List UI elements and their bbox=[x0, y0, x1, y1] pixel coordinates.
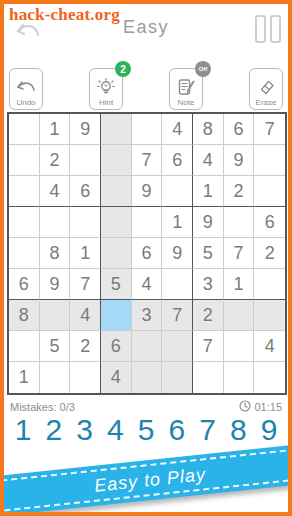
cell-r5c6[interactable]: 9 bbox=[162, 238, 193, 269]
cell-r8c7[interactable]: 7 bbox=[193, 331, 224, 362]
cell-r8c6[interactable] bbox=[162, 331, 193, 362]
cell-r9c3[interactable] bbox=[70, 362, 101, 393]
cell-r1c5[interactable] bbox=[132, 114, 163, 145]
undo-button[interactable]: Undo bbox=[9, 68, 43, 110]
cell-r9c1[interactable]: 1 bbox=[9, 362, 40, 393]
cell-r2c7[interactable]: 4 bbox=[193, 145, 224, 176]
cell-r5c9[interactable]: 2 bbox=[254, 238, 285, 269]
cell-r8c8[interactable] bbox=[224, 331, 255, 362]
cell-r1c9[interactable]: 7 bbox=[254, 114, 285, 145]
cell-r6c4[interactable]: 5 bbox=[101, 269, 132, 300]
cell-r2c6[interactable]: 6 bbox=[162, 145, 193, 176]
cell-r1c2[interactable]: 1 bbox=[40, 114, 71, 145]
cell-r5c1[interactable] bbox=[9, 238, 40, 269]
note-button[interactable]: Off Note bbox=[169, 68, 203, 110]
cell-r9c9[interactable] bbox=[254, 362, 285, 393]
cell-r1c1[interactable] bbox=[9, 114, 40, 145]
toolbar: Undo 2 Hint Off bbox=[9, 68, 283, 112]
banner-text: Easy to Play bbox=[93, 464, 207, 497]
numpad-key-7[interactable]: 7 bbox=[195, 413, 221, 447]
cell-r6c8[interactable]: 1 bbox=[224, 269, 255, 300]
cell-r8c5[interactable] bbox=[132, 331, 163, 362]
cell-r5c2[interactable]: 8 bbox=[40, 238, 71, 269]
cell-r6c6[interactable] bbox=[162, 269, 193, 300]
cell-r8c4[interactable]: 6 bbox=[101, 331, 132, 362]
app-window: hack-cheat.org Easy Undo 2 bbox=[0, 0, 292, 516]
cell-r5c7[interactable]: 5 bbox=[193, 238, 224, 269]
easy-to-play-banner: Easy to Play bbox=[0, 442, 292, 516]
cell-r7c4[interactable] bbox=[101, 300, 132, 331]
cell-r7c7[interactable]: 2 bbox=[193, 300, 224, 331]
cell-r7c2[interactable] bbox=[40, 300, 71, 331]
erase-label: Erase bbox=[256, 98, 277, 108]
cell-r6c7[interactable]: 3 bbox=[193, 269, 224, 300]
cell-r3c9[interactable] bbox=[254, 176, 285, 207]
cell-r8c2[interactable]: 5 bbox=[40, 331, 71, 362]
cell-r4c3[interactable] bbox=[70, 207, 101, 238]
cell-r6c5[interactable]: 4 bbox=[132, 269, 163, 300]
cell-r1c8[interactable]: 6 bbox=[224, 114, 255, 145]
cell-r8c1[interactable] bbox=[9, 331, 40, 362]
note-label: Note bbox=[178, 98, 195, 108]
cell-r2c2[interactable]: 2 bbox=[40, 145, 71, 176]
numpad-key-5[interactable]: 5 bbox=[133, 413, 159, 447]
cell-r1c3[interactable]: 9 bbox=[70, 114, 101, 145]
pause-bar-icon bbox=[270, 15, 281, 43]
cell-r6c3[interactable]: 7 bbox=[70, 269, 101, 300]
cell-r3c2[interactable]: 4 bbox=[40, 176, 71, 207]
pause-button[interactable] bbox=[255, 15, 281, 43]
cell-r2c4[interactable] bbox=[101, 145, 132, 176]
cell-r1c4[interactable] bbox=[101, 114, 132, 145]
cell-r3c5[interactable]: 9 bbox=[132, 176, 163, 207]
cell-r8c9[interactable]: 4 bbox=[254, 331, 285, 362]
note-off-badge: Off bbox=[195, 61, 211, 77]
undo-icon bbox=[15, 79, 37, 98]
cell-r9c8[interactable] bbox=[224, 362, 255, 393]
hint-count-badge: 2 bbox=[115, 61, 131, 77]
numpad-key-2[interactable]: 2 bbox=[41, 413, 67, 447]
hint-button[interactable]: 2 Hint bbox=[89, 68, 123, 110]
cell-r4c9[interactable]: 6 bbox=[254, 207, 285, 238]
cell-r5c3[interactable]: 1 bbox=[70, 238, 101, 269]
notepad-pencil-icon bbox=[176, 77, 196, 98]
cell-r7c8[interactable] bbox=[224, 300, 255, 331]
cell-r3c6[interactable] bbox=[162, 176, 193, 207]
cell-r1c7[interactable]: 8 bbox=[193, 114, 224, 145]
cell-r4c6[interactable]: 1 bbox=[162, 207, 193, 238]
erase-button[interactable]: Erase bbox=[249, 68, 283, 110]
cell-r6c2[interactable]: 9 bbox=[40, 269, 71, 300]
cell-r4c8[interactable] bbox=[224, 207, 255, 238]
cell-r5c4[interactable] bbox=[101, 238, 132, 269]
numpad-key-8[interactable]: 8 bbox=[225, 413, 251, 447]
cell-r7c1[interactable]: 8 bbox=[9, 300, 40, 331]
cell-r4c4[interactable] bbox=[101, 207, 132, 238]
cell-r4c5[interactable] bbox=[132, 207, 163, 238]
cell-r2c9[interactable] bbox=[254, 145, 285, 176]
numpad-key-1[interactable]: 1 bbox=[10, 413, 36, 447]
cell-r6c9[interactable] bbox=[254, 269, 285, 300]
cell-r2c5[interactable]: 7 bbox=[132, 145, 163, 176]
numpad-key-4[interactable]: 4 bbox=[102, 413, 128, 447]
cell-r2c8[interactable]: 9 bbox=[224, 145, 255, 176]
pause-bar-icon bbox=[255, 15, 266, 43]
undo-label: Undo bbox=[16, 98, 35, 108]
eraser-icon bbox=[256, 77, 276, 98]
cell-r7c5[interactable]: 3 bbox=[132, 300, 163, 331]
numpad-key-9[interactable]: 9 bbox=[256, 413, 282, 447]
cell-r9c4[interactable]: 4 bbox=[101, 362, 132, 393]
cell-r6c1[interactable]: 6 bbox=[9, 269, 40, 300]
cell-r3c4[interactable] bbox=[101, 176, 132, 207]
cell-r3c3[interactable]: 6 bbox=[70, 176, 101, 207]
cell-r3c7[interactable]: 1 bbox=[193, 176, 224, 207]
cell-r2c3[interactable] bbox=[70, 145, 101, 176]
cell-r4c2[interactable] bbox=[40, 207, 71, 238]
numpad-key-3[interactable]: 3 bbox=[72, 413, 98, 447]
cell-r1c6[interactable]: 4 bbox=[162, 114, 193, 145]
cell-r9c2[interactable] bbox=[40, 362, 71, 393]
cell-r4c7[interactable]: 9 bbox=[193, 207, 224, 238]
sudoku-board: 1948672764946912196816957269754318437252… bbox=[7, 112, 287, 395]
cell-r9c7[interactable] bbox=[193, 362, 224, 393]
lightbulb-icon bbox=[96, 77, 116, 98]
cell-r2c1[interactable] bbox=[9, 145, 40, 176]
numpad-key-6[interactable]: 6 bbox=[164, 413, 190, 447]
cell-r3c1[interactable] bbox=[9, 176, 40, 207]
cell-r7c9[interactable] bbox=[254, 300, 285, 331]
cell-r9c5[interactable] bbox=[132, 362, 163, 393]
numpad: 123456789 bbox=[10, 412, 282, 448]
cell-r8c3[interactable]: 2 bbox=[70, 331, 101, 362]
watermark: hack-cheat.org bbox=[9, 5, 120, 25]
cell-r9c6[interactable] bbox=[162, 362, 193, 393]
cell-r7c6[interactable]: 7 bbox=[162, 300, 193, 331]
cell-r4c1[interactable] bbox=[9, 207, 40, 238]
cell-r5c8[interactable]: 7 bbox=[224, 238, 255, 269]
cell-r3c8[interactable]: 2 bbox=[224, 176, 255, 207]
cell-r7c3[interactable]: 4 bbox=[70, 300, 101, 331]
cell-r5c5[interactable]: 6 bbox=[132, 238, 163, 269]
hint-label: Hint bbox=[99, 98, 113, 108]
